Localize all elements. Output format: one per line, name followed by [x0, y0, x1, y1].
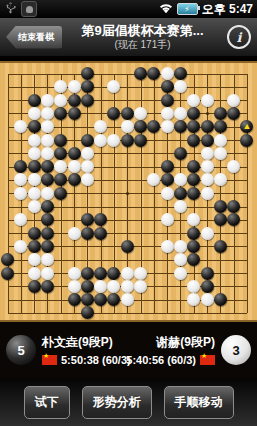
- black-stone: [81, 213, 94, 226]
- black-stone: [214, 200, 227, 213]
- black-stone: [68, 293, 81, 306]
- black-stone: [187, 120, 200, 133]
- white-player-name: 谢赫(9段P): [132, 334, 216, 351]
- black-stone: [187, 240, 200, 253]
- black-stone: [68, 147, 81, 160]
- star-point: [206, 112, 209, 115]
- white-stone: [174, 107, 187, 120]
- white-stone: [68, 267, 81, 280]
- black-stone: [68, 107, 81, 120]
- black-stone: [81, 267, 94, 280]
- black-stone: [121, 240, 134, 253]
- china-flag-icon: [42, 355, 57, 365]
- black-stone: [161, 160, 174, 173]
- black-stone: [174, 147, 187, 160]
- black-stone: [201, 134, 214, 147]
- white-stone: [107, 80, 120, 93]
- position-analysis-button[interactable]: 形势分析: [82, 386, 152, 419]
- android-app-icon: [21, 1, 37, 17]
- white-stone: [41, 187, 54, 200]
- black-stone: [28, 227, 41, 240]
- move-navigation-button[interactable]: 手顺移动: [164, 386, 234, 419]
- white-stone: [174, 253, 187, 266]
- white-stone: [214, 173, 227, 186]
- goban[interactable]: ▲: [0, 61, 257, 322]
- white-stone: [201, 187, 214, 200]
- black-stone: [81, 67, 94, 80]
- black-stone: [81, 134, 94, 147]
- white-player-clock: 5:40:56 (60/3): [126, 354, 196, 366]
- last-move-triangle-marker: ▲: [240, 120, 253, 133]
- white-stone: [68, 227, 81, 240]
- black-stone: [28, 240, 41, 253]
- white-stone: [161, 187, 174, 200]
- black-stone: [28, 160, 41, 173]
- player-bar: 5 朴文垚(9段P) 5:50:38 (60/3) 谢赫(9段P) 5:40:5…: [0, 322, 257, 378]
- black-stone: [107, 293, 120, 306]
- black-stone: [187, 107, 200, 120]
- star-point: [126, 192, 129, 195]
- white-stone: [54, 80, 67, 93]
- black-stone: [174, 120, 187, 133]
- white-stone: [201, 160, 214, 173]
- black-stone: [134, 134, 147, 147]
- battery-charging-icon: ⚡: [177, 3, 198, 15]
- black-stone: [41, 213, 54, 226]
- white-stone: [68, 280, 81, 293]
- white-stone: [107, 134, 120, 147]
- white-stone: [81, 173, 94, 186]
- white-stone: [187, 280, 200, 293]
- white-stone: [121, 280, 134, 293]
- bottom-toolbar: 试下 形势分析 手顺移动: [0, 378, 257, 426]
- black-stone: [1, 267, 14, 280]
- board-section: ▲: [0, 57, 257, 322]
- white-stone: [174, 200, 187, 213]
- black-stone: [41, 280, 54, 293]
- black-stone: [201, 120, 214, 133]
- black-stone: [187, 253, 200, 266]
- black-stone: [147, 120, 160, 133]
- white-stone: [41, 94, 54, 107]
- black-stone: [227, 107, 240, 120]
- grid-line: [8, 313, 247, 314]
- grid-line: [247, 74, 248, 313]
- white-stone: [121, 293, 134, 306]
- black-stone: [121, 134, 134, 147]
- white-stone: [94, 120, 107, 133]
- white-stone: [174, 173, 187, 186]
- black-stone: [107, 267, 120, 280]
- black-stone: [174, 187, 187, 200]
- white-stone: [28, 134, 41, 147]
- status-time: 오후 5:47: [202, 1, 253, 18]
- white-stone: [201, 227, 214, 240]
- app-screen: ⚡ 오후 5:47 结束看棋 第9届倡棋杯本赛第... (现在 171手) i …: [0, 0, 257, 426]
- black-stone: [1, 253, 14, 266]
- black-stone: [41, 160, 54, 173]
- black-stone: [187, 227, 200, 240]
- white-stone: [68, 80, 81, 93]
- white-stone: [41, 107, 54, 120]
- white-stone: [14, 213, 27, 226]
- white-stone: [28, 107, 41, 120]
- usb-icon: [4, 0, 17, 18]
- white-stone: [41, 120, 54, 133]
- black-stone: [54, 173, 67, 186]
- black-stone: [161, 80, 174, 93]
- white-stone: [81, 147, 94, 160]
- white-stone: [147, 173, 160, 186]
- white-stone: [28, 200, 41, 213]
- black-stone: [14, 160, 27, 173]
- white-stone: [41, 267, 54, 280]
- white-stone: [121, 120, 134, 133]
- grid-line: [154, 74, 155, 313]
- black-player-info: 朴文垚(9段P) 5:50:38 (60/3): [42, 334, 126, 366]
- black-stone: [94, 213, 107, 226]
- white-stone: [14, 173, 27, 186]
- black-stone: [94, 267, 107, 280]
- end-watching-button[interactable]: 结束看棋: [6, 26, 62, 49]
- white-stone: [174, 240, 187, 253]
- black-stone: [107, 107, 120, 120]
- black-stone: [41, 200, 54, 213]
- black-stone: [134, 67, 147, 80]
- black-stone: [28, 120, 41, 133]
- black-player-name: 朴文垚(9段P): [42, 334, 126, 351]
- white-stone: [214, 147, 227, 160]
- white-stone: [174, 267, 187, 280]
- black-stone: [214, 120, 227, 133]
- black-stone: [161, 94, 174, 107]
- white-stone: [54, 94, 67, 107]
- white-stone: [28, 147, 41, 160]
- black-stone: [147, 67, 160, 80]
- black-captures-ball: 5: [6, 335, 36, 365]
- page-title: 第9届倡棋杯本赛第...: [62, 24, 223, 39]
- black-stone: [81, 293, 94, 306]
- black-stone: [201, 280, 214, 293]
- black-stone: [41, 227, 54, 240]
- white-stone: [14, 187, 27, 200]
- black-stone: [41, 240, 54, 253]
- white-stone: [41, 253, 54, 266]
- black-stone: [54, 107, 67, 120]
- black-stone: [81, 80, 94, 93]
- black-stone: [161, 173, 174, 186]
- black-stone: [227, 200, 240, 213]
- black-stone: [54, 187, 67, 200]
- white-stone: [134, 267, 147, 280]
- black-stone: [187, 160, 200, 173]
- black-stone: [94, 227, 107, 240]
- wifi-icon: [159, 0, 173, 18]
- white-stone: [187, 293, 200, 306]
- white-stone: [41, 147, 54, 160]
- black-stone: [187, 173, 200, 186]
- black-stone: [28, 280, 41, 293]
- white-stone: [28, 253, 41, 266]
- black-stone: [240, 134, 253, 147]
- white-stone: [187, 213, 200, 226]
- black-stone: [54, 134, 67, 147]
- white-stone: [134, 107, 147, 120]
- white-stone: [161, 67, 174, 80]
- title-bar: 结束看棋 第9届倡棋杯本赛第... (现在 171手) i: [0, 18, 257, 57]
- white-stone: [214, 134, 227, 147]
- status-bar: ⚡ 오후 5:47: [0, 0, 257, 18]
- black-stone: [81, 227, 94, 240]
- black-stone: [81, 306, 94, 319]
- black-stone: [41, 173, 54, 186]
- black-stone: [121, 107, 134, 120]
- white-stone: [227, 94, 240, 107]
- white-stone: [187, 94, 200, 107]
- white-stone: [134, 280, 147, 293]
- white-stone: [54, 160, 67, 173]
- white-stone: [107, 280, 120, 293]
- black-stone: [68, 94, 81, 107]
- white-stone: [28, 187, 41, 200]
- black-stone: [94, 293, 107, 306]
- white-stone: [68, 160, 81, 173]
- white-stone: [201, 173, 214, 186]
- move-counter: (现在 171手): [62, 39, 223, 51]
- black-stone: [187, 187, 200, 200]
- white-stone: [94, 134, 107, 147]
- black-player-clock: 5:50:38 (60/3): [61, 354, 131, 366]
- black-stone: [214, 213, 227, 226]
- white-stone: [28, 267, 41, 280]
- black-stone: [214, 240, 227, 253]
- black-stone: [81, 280, 94, 293]
- black-stone: [28, 94, 41, 107]
- black-stone: [54, 147, 67, 160]
- white-stone: [161, 213, 174, 226]
- white-stone: [14, 240, 27, 253]
- try-move-button[interactable]: 试下: [24, 386, 70, 419]
- black-stone: [227, 213, 240, 226]
- white-stone: [201, 293, 214, 306]
- black-stone: [81, 94, 94, 107]
- white-stone: [121, 267, 134, 280]
- white-stone: [227, 160, 240, 173]
- white-stone: [161, 240, 174, 253]
- white-stone: [94, 280, 107, 293]
- white-stone: [81, 160, 94, 173]
- china-flag-icon: [200, 355, 215, 365]
- white-player-info: 谢赫(9段P) 5:40:56 (60/3): [132, 334, 216, 366]
- info-icon[interactable]: i: [227, 25, 251, 49]
- white-stone: [14, 120, 27, 133]
- black-stone: [214, 107, 227, 120]
- black-stone: [134, 120, 147, 133]
- white-captures-ball: 3: [221, 335, 251, 365]
- white-stone: [28, 173, 41, 186]
- black-stone: [174, 67, 187, 80]
- black-stone: [214, 293, 227, 306]
- white-stone: [161, 120, 174, 133]
- white-stone: [41, 134, 54, 147]
- white-stone: [161, 107, 174, 120]
- black-stone: [68, 173, 81, 186]
- black-stone: [201, 267, 214, 280]
- white-stone: [201, 94, 214, 107]
- black-stone: [187, 134, 200, 147]
- white-stone: [174, 80, 187, 93]
- white-stone: [201, 147, 214, 160]
